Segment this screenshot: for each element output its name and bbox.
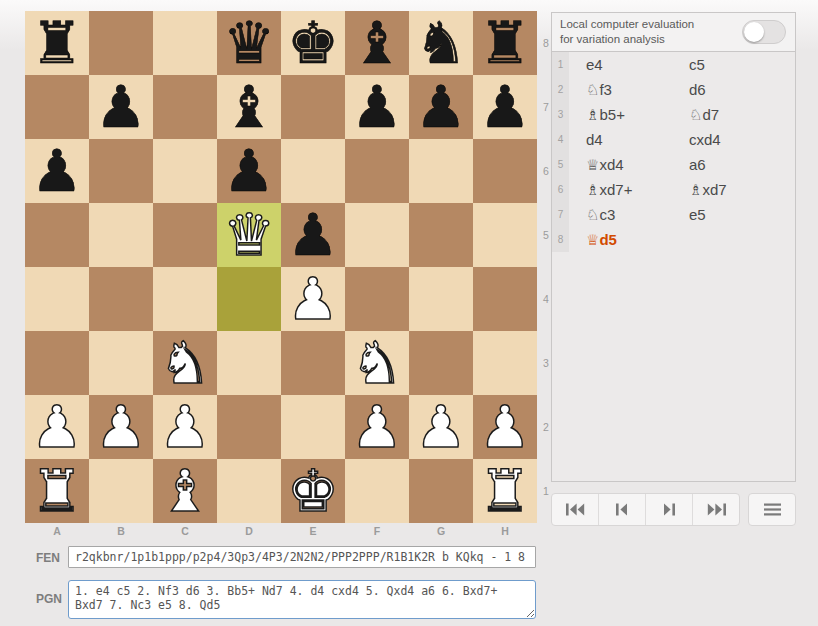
square-g6[interactable] xyxy=(409,139,473,203)
square-h7[interactable]: ♟ xyxy=(473,75,537,139)
file-labels: ABCDEFGH xyxy=(25,523,537,539)
file-label-a: A xyxy=(25,523,89,539)
square-b5[interactable] xyxy=(89,203,153,267)
square-d2[interactable] xyxy=(217,395,281,459)
fen-input[interactable] xyxy=(68,546,536,568)
square-c3[interactable]: ♞ xyxy=(153,331,217,395)
move-row-7: 7♘c3e5 xyxy=(552,202,795,227)
square-d5[interactable]: ♛ xyxy=(217,203,281,267)
evaluation-toggle[interactable] xyxy=(742,20,786,44)
square-d6[interactable]: ♟ xyxy=(217,139,281,203)
black-bishop-f8[interactable]: ♝ xyxy=(345,11,409,75)
square-f8[interactable]: ♝ xyxy=(345,11,409,75)
white-move-1[interactable]: e4 xyxy=(569,56,689,73)
square-f6[interactable] xyxy=(345,139,409,203)
file-label-e: E xyxy=(281,523,345,539)
move-number: 5 xyxy=(552,152,569,177)
square-a7[interactable] xyxy=(25,75,89,139)
square-e8[interactable]: ♚ xyxy=(281,11,345,75)
navigation-buttons xyxy=(551,493,740,526)
move-row-1: 1e4c5 xyxy=(552,52,795,77)
file-label-h: H xyxy=(473,523,537,539)
square-a2[interactable]: ♟ xyxy=(25,395,89,459)
square-g2[interactable]: ♟ xyxy=(409,395,473,459)
black-rook-a8[interactable]: ♜ xyxy=(25,11,89,75)
black-move-7[interactable]: e5 xyxy=(689,206,795,223)
move-number: 2 xyxy=(552,77,569,102)
white-knight-c3[interactable]: ♞ xyxy=(153,331,217,395)
square-h6[interactable] xyxy=(473,139,537,203)
square-b4[interactable] xyxy=(89,267,153,331)
white-pawn-c2[interactable]: ♟ xyxy=(153,395,217,459)
black-pawn-e5[interactable]: ♟ xyxy=(281,203,345,267)
white-move-3[interactable]: ♗b5+ xyxy=(569,106,689,124)
square-h4[interactable] xyxy=(473,267,537,331)
square-b3[interactable] xyxy=(89,331,153,395)
square-c4[interactable] xyxy=(153,267,217,331)
square-b2[interactable]: ♟ xyxy=(89,395,153,459)
navigation-bar xyxy=(551,493,796,526)
move-row-2: 2♘f3d6 xyxy=(552,77,795,102)
next-move-button[interactable] xyxy=(645,494,692,525)
square-e5[interactable]: ♟ xyxy=(281,203,345,267)
hamburger-icon xyxy=(764,503,781,516)
white-move-7[interactable]: ♘c3 xyxy=(569,206,689,224)
square-b1[interactable] xyxy=(89,459,153,523)
square-a6[interactable]: ♟ xyxy=(25,139,89,203)
move-number: 7 xyxy=(552,202,569,227)
white-move-6[interactable]: ♗xd7+ xyxy=(569,181,689,199)
black-move-2[interactable]: d6 xyxy=(689,81,795,98)
chess-analysis-app: ♜♛♚♝♞♜♟♝♟♟♟♟♟♛♟♟♞♞♟♟♟♟♟♟♜♝♚♜ ABCDEFGH 87… xyxy=(0,0,818,626)
file-label-f: F xyxy=(345,523,409,539)
square-c8[interactable] xyxy=(153,11,217,75)
square-e3[interactable] xyxy=(281,331,345,395)
square-e4[interactable]: ♟ xyxy=(281,267,345,331)
square-f3[interactable]: ♞ xyxy=(345,331,409,395)
move-list: 1e4c52♘f3d63♗b5+♘d74d4cxd45♕xd4a66♗xd7+♗… xyxy=(551,52,796,482)
square-c6[interactable] xyxy=(153,139,217,203)
white-pawn-h2[interactable]: ♟ xyxy=(473,395,537,459)
square-g7[interactable]: ♟ xyxy=(409,75,473,139)
file-label-d: D xyxy=(217,523,281,539)
square-f4[interactable] xyxy=(345,267,409,331)
square-h8[interactable]: ♜ xyxy=(473,11,537,75)
move-row-3: 3♗b5+♘d7 xyxy=(552,102,795,127)
square-d3[interactable] xyxy=(217,331,281,395)
square-h3[interactable] xyxy=(473,331,537,395)
square-g1[interactable] xyxy=(409,459,473,523)
pgn-input[interactable] xyxy=(68,580,536,619)
black-move-4[interactable]: cxd4 xyxy=(689,131,795,148)
square-a1[interactable]: ♜ xyxy=(25,459,89,523)
square-e2[interactable] xyxy=(281,395,345,459)
white-king-e1[interactable]: ♚ xyxy=(281,459,345,523)
white-pawn-g2[interactable]: ♟ xyxy=(409,395,473,459)
move-row-8: 8♕d5 xyxy=(552,227,795,252)
evaluation-label-line2: for variation analysis xyxy=(560,33,665,45)
white-rook-h1[interactable]: ♜ xyxy=(473,459,537,523)
white-rook-a1[interactable]: ♜ xyxy=(25,459,89,523)
square-f5[interactable] xyxy=(345,203,409,267)
square-e1[interactable]: ♚ xyxy=(281,459,345,523)
skip-to-end-icon xyxy=(707,503,726,516)
black-move-3[interactable]: ♘d7 xyxy=(689,106,795,124)
black-pawn-d6[interactable]: ♟ xyxy=(217,139,281,203)
file-label-c: C xyxy=(153,523,217,539)
square-g4[interactable] xyxy=(409,267,473,331)
black-queen-d8[interactable]: ♛ xyxy=(217,11,281,75)
white-pawn-b2[interactable]: ♟ xyxy=(89,395,153,459)
black-rook-h8[interactable]: ♜ xyxy=(473,11,537,75)
white-knight-f3[interactable]: ♞ xyxy=(345,331,409,395)
black-king-e8[interactable]: ♚ xyxy=(281,11,345,75)
square-d4[interactable] xyxy=(217,267,281,331)
skip-to-start-icon xyxy=(566,503,585,516)
white-move-2[interactable]: ♘f3 xyxy=(569,81,689,99)
first-move-button[interactable] xyxy=(552,494,598,525)
step-forward-icon xyxy=(663,503,675,516)
white-pawn-a2[interactable]: ♟ xyxy=(25,395,89,459)
last-move-button[interactable] xyxy=(692,494,739,525)
move-number: 4 xyxy=(552,127,569,152)
file-label-g: G xyxy=(409,523,473,539)
evaluation-label: Local computer evaluation for variation … xyxy=(552,17,694,47)
black-move-1[interactable]: c5 xyxy=(689,56,795,73)
toggle-knob-icon xyxy=(744,22,764,42)
move-row-6: 6♗xd7+♗xd7 xyxy=(552,177,795,202)
square-b6[interactable] xyxy=(89,139,153,203)
white-move-5[interactable]: ♕xd4 xyxy=(569,156,689,174)
move-number: 6 xyxy=(552,177,569,202)
square-g3[interactable] xyxy=(409,331,473,395)
white-pawn-e4[interactable]: ♟ xyxy=(281,267,345,331)
white-queen-d5[interactable]: ♛ xyxy=(217,203,281,267)
white-pawn-f2[interactable]: ♟ xyxy=(345,395,409,459)
square-f2[interactable]: ♟ xyxy=(345,395,409,459)
evaluation-panel: Local computer evaluation for variation … xyxy=(551,12,796,52)
fen-label: FEN xyxy=(36,551,60,565)
square-h1[interactable]: ♜ xyxy=(473,459,537,523)
square-a4[interactable] xyxy=(25,267,89,331)
square-g8[interactable]: ♞ xyxy=(409,11,473,75)
square-g5[interactable] xyxy=(409,203,473,267)
step-back-icon xyxy=(616,503,628,516)
square-c2[interactable]: ♟ xyxy=(153,395,217,459)
menu-button[interactable] xyxy=(748,493,796,526)
square-b7[interactable]: ♟ xyxy=(89,75,153,139)
black-move-5[interactable]: a6 xyxy=(689,156,795,173)
square-e6[interactable] xyxy=(281,139,345,203)
square-c1[interactable]: ♝ xyxy=(153,459,217,523)
square-a8[interactable]: ♜ xyxy=(25,11,89,75)
black-pawn-a6[interactable]: ♟ xyxy=(25,139,89,203)
square-f1[interactable] xyxy=(345,459,409,523)
square-h5[interactable] xyxy=(473,203,537,267)
move-number: 1 xyxy=(552,52,569,77)
square-d8[interactable]: ♛ xyxy=(217,11,281,75)
evaluation-label-line1: Local computer evaluation xyxy=(560,18,694,30)
move-row-5: 5♕xd4a6 xyxy=(552,152,795,177)
square-a5[interactable] xyxy=(25,203,89,267)
black-pawn-g7[interactable]: ♟ xyxy=(409,75,473,139)
square-f7[interactable]: ♟ xyxy=(345,75,409,139)
pgn-label: PGN xyxy=(36,592,62,606)
move-number: 3 xyxy=(552,102,569,127)
black-pawn-b7[interactable]: ♟ xyxy=(89,75,153,139)
square-c5[interactable] xyxy=(153,203,217,267)
white-move-4[interactable]: d4 xyxy=(569,131,689,148)
file-label-b: B xyxy=(89,523,153,539)
previous-move-button[interactable] xyxy=(598,494,645,525)
move-number: 8 xyxy=(552,227,569,252)
black-bishop-d7[interactable]: ♝ xyxy=(217,75,281,139)
square-c7[interactable] xyxy=(153,75,217,139)
black-knight-g8[interactable]: ♞ xyxy=(409,11,473,75)
square-b8[interactable] xyxy=(89,11,153,75)
move-row-4: 4d4cxd4 xyxy=(552,127,795,152)
white-bishop-c1[interactable]: ♝ xyxy=(153,459,217,523)
black-pawn-f7[interactable]: ♟ xyxy=(345,75,409,139)
black-move-6[interactable]: ♗xd7 xyxy=(689,181,795,199)
square-d7[interactable]: ♝ xyxy=(217,75,281,139)
white-move-8[interactable]: ♕d5 xyxy=(569,231,689,249)
black-pawn-h7[interactable]: ♟ xyxy=(473,75,537,139)
square-a3[interactable] xyxy=(25,331,89,395)
square-d1[interactable] xyxy=(217,459,281,523)
square-e7[interactable] xyxy=(281,75,345,139)
chess-board: ♜♛♚♝♞♜♟♝♟♟♟♟♟♛♟♟♞♞♟♟♟♟♟♟♜♝♚♜ xyxy=(25,11,537,523)
square-h2[interactable]: ♟ xyxy=(473,395,537,459)
